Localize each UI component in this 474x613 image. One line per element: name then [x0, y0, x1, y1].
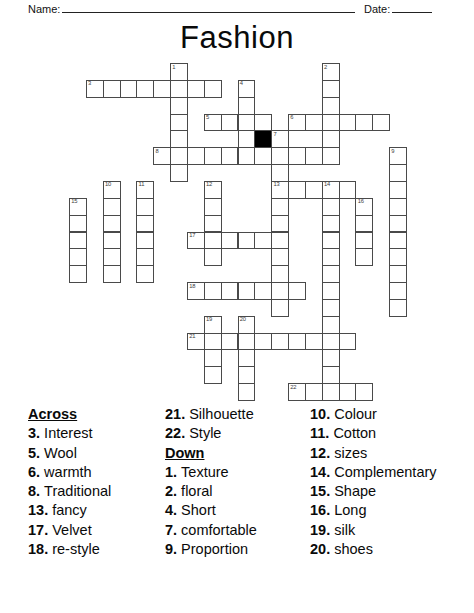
grid-cell[interactable]: [103, 80, 121, 98]
grid-cell[interactable]: [204, 198, 222, 216]
clue-text: Cotton: [329, 425, 376, 441]
clue-column-right: 10. Colour11. Cotton12. sizes14. Complem…: [310, 405, 437, 559]
name-write-line[interactable]: [62, 12, 355, 13]
grid-cell[interactable]: [322, 114, 340, 132]
grid-cell[interactable]: 11: [136, 181, 154, 199]
clue-down-20: 20. shoes: [310, 540, 437, 559]
grid-cell[interactable]: [355, 248, 373, 266]
clue-number-label: 12.: [310, 445, 330, 461]
cell-number: 6: [290, 115, 293, 121]
clue-across-3: 3. Interest: [28, 424, 111, 443]
clue-down-16: 16. Long: [310, 501, 437, 520]
grid-cell[interactable]: [254, 114, 272, 132]
clue-across-17: 17. Velvet: [28, 521, 111, 540]
puzzle-title: Fashion: [0, 20, 474, 56]
grid-cell[interactable]: 8: [153, 147, 171, 165]
crossword-grid: 12345678910111213141516171819202122: [69, 63, 407, 401]
clue-number-label: 21.: [165, 406, 185, 422]
cell-number: 8: [155, 149, 158, 155]
grid-cell[interactable]: [120, 80, 138, 98]
cell-number: 9: [391, 149, 394, 155]
grid-cell[interactable]: 22: [288, 383, 306, 401]
grid-cell[interactable]: [271, 299, 289, 317]
grid-cell[interactable]: [322, 198, 340, 216]
grid-cell[interactable]: [238, 130, 256, 148]
cell-number: 17: [189, 233, 195, 239]
grid-cell[interactable]: [355, 383, 373, 401]
grid-cell[interactable]: [271, 282, 289, 300]
clue-across-22: 22. Style: [165, 424, 257, 443]
clue-down-15: 15. Shape: [310, 482, 437, 501]
grid-cell[interactable]: [238, 333, 256, 351]
clue-number-label: 3.: [28, 425, 40, 441]
clue-number-label: 6.: [28, 464, 40, 480]
cell-number: 20: [240, 317, 246, 323]
name-label: Name:: [28, 3, 60, 15]
grid-cell[interactable]: [170, 97, 188, 115]
grid-cell[interactable]: [389, 299, 407, 317]
cell-number: 22: [290, 385, 296, 391]
cell-number: 5: [206, 115, 209, 121]
clue-number-label: 1.: [165, 464, 177, 480]
grid-cell[interactable]: [305, 114, 323, 132]
grid-cell[interactable]: [305, 333, 323, 351]
grid-cell[interactable]: [322, 248, 340, 266]
grid-cell[interactable]: [288, 282, 306, 300]
clue-number-label: 11.: [310, 425, 329, 441]
clue-text: Complementary: [330, 464, 436, 480]
grid-cell[interactable]: [170, 80, 188, 98]
clue-number-label: 10.: [310, 406, 330, 422]
grid-cell[interactable]: [153, 80, 171, 98]
clue-down-12: 12. sizes: [310, 444, 437, 463]
grid-cell[interactable]: [389, 164, 407, 182]
grid-cell[interactable]: [238, 349, 256, 367]
grid-cell[interactable]: [204, 349, 222, 367]
grid-cell[interactable]: [221, 232, 239, 250]
clue-number-label: 4.: [165, 502, 177, 518]
grid-cell[interactable]: [221, 282, 239, 300]
grid-cell[interactable]: [238, 366, 256, 384]
grid-cell[interactable]: [288, 181, 306, 199]
clue-text: fancy: [48, 502, 87, 518]
cell-number: 19: [206, 317, 212, 323]
grid-cell[interactable]: 18: [187, 282, 205, 300]
grid-cell[interactable]: [271, 248, 289, 266]
grid-cell[interactable]: 2: [322, 63, 340, 81]
cell-number: 7: [273, 132, 276, 138]
grid-cell[interactable]: [136, 80, 154, 98]
clue-number-label: 20.: [310, 541, 330, 557]
clue-number-label: 2.: [165, 483, 177, 499]
grid-cell[interactable]: 15: [69, 198, 87, 216]
grid-cell[interactable]: [288, 147, 306, 165]
cell-number: 3: [88, 81, 91, 87]
grid-cell[interactable]: [238, 147, 256, 165]
cell-number: 14: [324, 182, 330, 188]
grid-cell[interactable]: [322, 349, 340, 367]
down-header: Down: [165, 444, 257, 463]
grid-cell[interactable]: [103, 198, 121, 216]
grid-cell[interactable]: [170, 114, 188, 132]
grid-cell[interactable]: [187, 80, 205, 98]
grid-cell[interactable]: 13: [271, 181, 289, 199]
clue-column-middle: 21. Silhouette22. StyleDown1. Texture2. …: [165, 405, 257, 559]
grid-cell[interactable]: [322, 366, 340, 384]
clue-text: Interest: [40, 425, 92, 441]
grid-cell[interactable]: [322, 232, 340, 250]
grid-cell[interactable]: [136, 232, 154, 250]
clue-down-2: 2. floral: [165, 482, 257, 501]
grid-cell[interactable]: [204, 232, 222, 250]
grid-cell[interactable]: [221, 114, 239, 132]
grid-cell[interactable]: [389, 282, 407, 300]
grid-cell[interactable]: [389, 181, 407, 199]
grid-cell[interactable]: 17: [187, 232, 205, 250]
clue-number-label: 18.: [28, 541, 48, 557]
grid-cell[interactable]: [339, 333, 357, 351]
grid-cell[interactable]: [355, 114, 373, 132]
clue-number-label: 22.: [165, 425, 185, 441]
grid-cell[interactable]: [221, 147, 239, 165]
grid-cell[interactable]: [238, 383, 256, 401]
grid-cell[interactable]: [69, 215, 87, 233]
grid-cell[interactable]: [305, 147, 323, 165]
grid-cell[interactable]: [271, 198, 289, 216]
across-header: Across: [28, 405, 111, 424]
grid-cell[interactable]: 3: [86, 80, 104, 98]
grid-cell[interactable]: [238, 282, 256, 300]
grid-cell[interactable]: [355, 215, 373, 233]
grid-cell[interactable]: 20: [238, 316, 256, 334]
grid-cell[interactable]: [254, 333, 272, 351]
clue-text: Short: [177, 502, 216, 518]
date-write-line[interactable]: [392, 12, 432, 13]
grid-cell[interactable]: [271, 232, 289, 250]
cell-number: 15: [71, 199, 77, 205]
grid-cell[interactable]: [322, 383, 340, 401]
grid-cell[interactable]: [187, 147, 205, 165]
grid-cell[interactable]: 1: [170, 63, 188, 81]
clue-number-label: 16.: [310, 502, 330, 518]
clue-text: Traditional: [40, 483, 111, 499]
grid-cell[interactable]: [389, 232, 407, 250]
grid-cell[interactable]: [69, 248, 87, 266]
grid-cell[interactable]: [170, 147, 188, 165]
clue-text: re-style: [48, 541, 100, 557]
grid-cell[interactable]: [389, 248, 407, 266]
grid-cell[interactable]: [339, 383, 357, 401]
cell-number: 1: [172, 65, 175, 71]
cell-number: 2: [324, 65, 327, 71]
grid-cell[interactable]: [136, 265, 154, 283]
grid-cell[interactable]: [204, 248, 222, 266]
grid-cell[interactable]: [322, 97, 340, 115]
clue-down-14: 14. Complementary: [310, 463, 437, 482]
grid-cell[interactable]: [103, 248, 121, 266]
grid-cell[interactable]: [389, 265, 407, 283]
grid-cell[interactable]: [204, 147, 222, 165]
clue-number-label: 8.: [28, 483, 40, 499]
clue-down-7: 7. comfortable: [165, 521, 257, 540]
clue-number-label: 9.: [165, 541, 177, 557]
grid-cell[interactable]: 5: [204, 114, 222, 132]
grid-cell[interactable]: 21: [187, 333, 205, 351]
grid-cell[interactable]: 7: [271, 130, 289, 148]
grid-cell[interactable]: [271, 147, 289, 165]
grid-cell[interactable]: [238, 232, 256, 250]
cell-number: 21: [189, 334, 195, 340]
clue-down-10: 10. Colour: [310, 405, 437, 424]
clue-number-label: 17.: [28, 522, 48, 538]
grid-cell[interactable]: [69, 265, 87, 283]
grid-cell[interactable]: [170, 130, 188, 148]
grid-cell[interactable]: [204, 366, 222, 384]
clue-down-1: 1. Texture: [165, 463, 257, 482]
clue-down-11: 11. Cotton: [310, 424, 437, 443]
clue-down-4: 4. Short: [165, 501, 257, 520]
date-label: Date:: [364, 3, 390, 15]
crossword-worksheet: Name: Date: Fashion 12345678910111213141…: [0, 0, 474, 613]
grid-cell[interactable]: [322, 282, 340, 300]
cell-number: 16: [358, 199, 364, 205]
grid-cell[interactable]: [204, 282, 222, 300]
clue-across-18: 18. re-style: [28, 540, 111, 559]
grid-cell[interactable]: [271, 333, 289, 351]
grid-cell[interactable]: [372, 114, 390, 132]
grid-cell[interactable]: [69, 232, 87, 250]
grid-cell[interactable]: 12: [204, 181, 222, 199]
clue-text: Colour: [330, 406, 377, 422]
grid-cell[interactable]: [254, 282, 272, 300]
grid-cell[interactable]: [339, 181, 357, 199]
clue-text: Velvet: [48, 522, 92, 538]
grid-cell[interactable]: [339, 114, 357, 132]
clue-number-label: 13.: [28, 502, 48, 518]
grid-cell[interactable]: [238, 114, 256, 132]
clue-text: Silhouette: [185, 406, 254, 422]
clue-text: shoes: [330, 541, 373, 557]
clue-number-label: 7.: [165, 522, 177, 538]
grid-cell-black: [254, 130, 272, 148]
grid-cell[interactable]: [204, 215, 222, 233]
grid-cell[interactable]: [322, 130, 340, 148]
grid-cell[interactable]: [288, 333, 306, 351]
clue-number-label: 14.: [310, 464, 330, 480]
grid-cell[interactable]: 6: [288, 114, 306, 132]
grid-cell[interactable]: [103, 232, 121, 250]
grid-cell[interactable]: [136, 248, 154, 266]
grid-cell[interactable]: [389, 198, 407, 216]
clue-text: sizes: [330, 445, 367, 461]
clue-text: Wool: [40, 445, 77, 461]
grid-cell[interactable]: 10: [103, 181, 121, 199]
grid-cell[interactable]: [238, 97, 256, 115]
grid-cell[interactable]: [322, 333, 340, 351]
clue-across-6: 6. warmth: [28, 463, 111, 482]
clue-number-label: 15.: [310, 483, 330, 499]
grid-cell[interactable]: [305, 383, 323, 401]
grid-cell[interactable]: [254, 232, 272, 250]
cell-number: 11: [139, 182, 145, 188]
clue-column-left: Across3. Interest5. Wool6. warmth8. Trad…: [28, 405, 111, 559]
grid-cell[interactable]: [136, 198, 154, 216]
clue-number-label: 19.: [310, 522, 330, 538]
grid-cell[interactable]: 4: [238, 80, 256, 98]
cell-number: 13: [273, 182, 279, 188]
grid-cell[interactable]: [322, 147, 340, 165]
clue-text: Texture: [177, 464, 229, 480]
clue-across-21: 21. Silhouette: [165, 405, 257, 424]
grid-cell[interactable]: [103, 215, 121, 233]
clue-number-label: 5.: [28, 445, 40, 461]
cell-number: 18: [189, 284, 195, 290]
cell-number: 4: [240, 81, 243, 87]
grid-cell[interactable]: 16: [355, 198, 373, 216]
grid-cell[interactable]: [136, 215, 154, 233]
clue-text: Shape: [330, 483, 376, 499]
grid-cell[interactable]: [204, 80, 222, 98]
grid-cell[interactable]: 19: [204, 316, 222, 334]
grid-cell[interactable]: [389, 215, 407, 233]
grid-cell[interactable]: [322, 316, 340, 334]
grid-cell[interactable]: [322, 80, 340, 98]
clue-text: warmth: [40, 464, 92, 480]
grid-cell[interactable]: [322, 299, 340, 317]
clue-text: silk: [330, 522, 355, 538]
grid-cell[interactable]: [271, 215, 289, 233]
grid-cell[interactable]: [305, 181, 323, 199]
clue-text: floral: [177, 483, 212, 499]
cell-number: 12: [206, 182, 212, 188]
grid-cell[interactable]: [103, 265, 121, 283]
grid-cell[interactable]: [170, 164, 188, 182]
grid-cell[interactable]: 9: [389, 147, 407, 165]
grid-cell[interactable]: [355, 232, 373, 250]
clue-text: Long: [330, 502, 366, 518]
grid-cell[interactable]: [271, 164, 289, 182]
grid-cell[interactable]: 14: [322, 181, 340, 199]
clue-across-8: 8. Traditional: [28, 482, 111, 501]
grid-cell[interactable]: [204, 333, 222, 351]
clue-down-19: 19. silk: [310, 521, 437, 540]
clue-text: Proportion: [177, 541, 248, 557]
clue-down-9: 9. Proportion: [165, 540, 257, 559]
clue-text: Style: [185, 425, 221, 441]
clue-text: comfortable: [177, 522, 257, 538]
grid-cell[interactable]: [221, 333, 239, 351]
cell-number: 10: [105, 182, 111, 188]
grid-cell[interactable]: [271, 265, 289, 283]
grid-cell[interactable]: [322, 215, 340, 233]
grid-cell[interactable]: [254, 147, 272, 165]
clue-across-13: 13. fancy: [28, 501, 111, 520]
grid-cell[interactable]: [322, 265, 340, 283]
clue-across-5: 5. Wool: [28, 444, 111, 463]
